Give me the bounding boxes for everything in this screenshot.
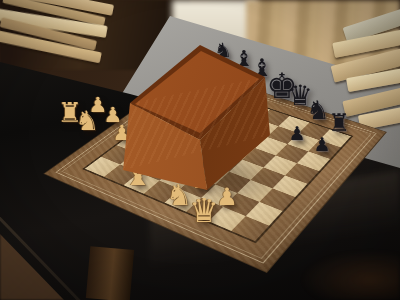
chess-box xyxy=(0,0,400,300)
photo-scene: ♜♞♟♟♟♚♝♟♟♟♞♟♛♟♞♝♝♚♛♞♜♟♟ xyxy=(0,0,400,300)
